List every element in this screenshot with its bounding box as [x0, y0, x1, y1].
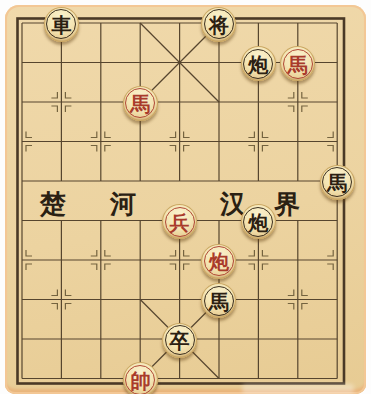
piece-red-horse[interactable]: 馬 — [123, 86, 158, 121]
piece-glyph: 馬 — [327, 173, 347, 193]
piece-red-cannon[interactable]: 炮 — [201, 244, 236, 279]
piece-red-soldier[interactable]: 兵 — [162, 204, 197, 239]
piece-glyph: 馬 — [130, 94, 150, 114]
piece-black-cannon[interactable]: 炮 — [241, 204, 276, 239]
piece-red-horse[interactable]: 馬 — [280, 46, 315, 81]
pieces-layer: 車将炮馬馬馬兵炮炮馬卒帥 — [5, 5, 357, 394]
piece-glyph: 卒 — [170, 331, 190, 351]
piece-glyph: 車 — [51, 15, 71, 35]
piece-black-cannon[interactable]: 炮 — [241, 46, 276, 81]
piece-glyph: 馬 — [288, 54, 308, 74]
piece-black-soldier[interactable]: 卒 — [162, 323, 197, 358]
piece-black-horse[interactable]: 馬 — [320, 165, 355, 200]
screenshot-canvas: 楚河 汉界 車将炮馬馬馬兵炮炮馬卒帥 — [0, 0, 371, 394]
piece-glyph: 馬 — [209, 291, 229, 311]
piece-glyph: 兵 — [170, 212, 190, 232]
piece-glyph: 炮 — [248, 212, 268, 232]
piece-glyph: 将 — [209, 15, 229, 35]
piece-black-horse[interactable]: 馬 — [201, 283, 236, 318]
xiangqi-board[interactable]: 楚河 汉界 車将炮馬馬馬兵炮炮馬卒帥 — [5, 5, 366, 394]
piece-glyph: 炮 — [248, 54, 268, 74]
piece-black-general[interactable]: 将 — [201, 7, 236, 42]
piece-glyph: 帥 — [130, 370, 150, 390]
piece-glyph: 炮 — [209, 252, 229, 272]
piece-black-chariot[interactable]: 車 — [44, 7, 79, 42]
piece-red-general[interactable]: 帥 — [123, 362, 158, 394]
